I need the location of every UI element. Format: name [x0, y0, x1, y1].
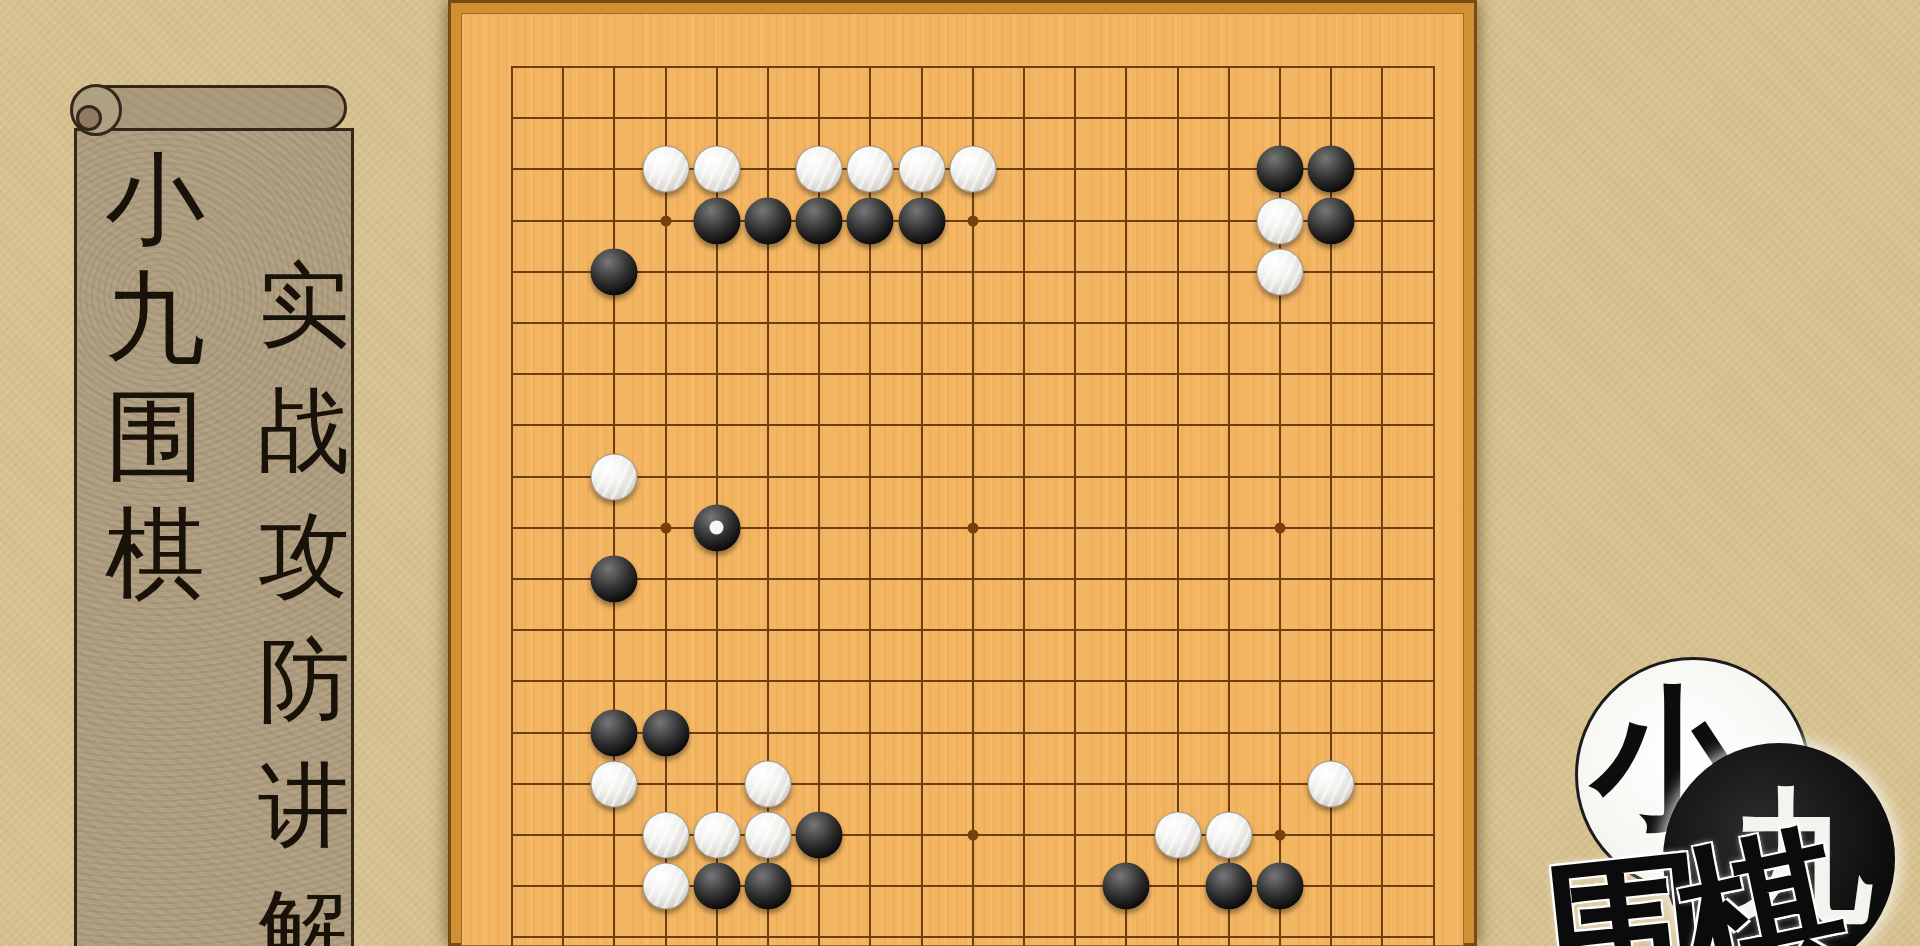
last-move-marker: [710, 521, 724, 535]
stone-black: [745, 863, 792, 910]
stone-white: [693, 812, 740, 859]
stone-white: [642, 863, 689, 910]
stone-white: [591, 760, 638, 807]
stone-white: [1257, 248, 1304, 295]
stone-white: [642, 146, 689, 193]
star-point: [967, 522, 978, 533]
title-vertical-main: 小九围棋: [104, 141, 206, 613]
stone-black: [1103, 863, 1150, 910]
board-surface: [461, 13, 1464, 946]
stone-black: [693, 863, 740, 910]
star-point: [1275, 522, 1286, 533]
stone-white: [745, 760, 792, 807]
stone-white: [1154, 812, 1201, 859]
star-point: [660, 522, 671, 533]
stone-white: [693, 146, 740, 193]
stone-black: [847, 197, 894, 244]
stone-black: [591, 556, 638, 603]
stone-black: [693, 504, 740, 551]
stone-black: [796, 812, 843, 859]
title-vertical-sub: 实战攻防讲解: [256, 243, 352, 946]
stone-white: [591, 453, 638, 500]
scroll-top-roll: [95, 85, 347, 131]
stone-white: [745, 812, 792, 859]
board-grid[interactable]: [511, 66, 1435, 946]
stone-black: [1257, 863, 1304, 910]
scroll-curl-icon: [70, 84, 122, 136]
stone-black: [591, 709, 638, 756]
stone-white: [796, 146, 843, 193]
page: 小九围棋 实战攻防讲解 小 九 围 棋: [0, 0, 1920, 946]
stone-black: [642, 709, 689, 756]
stone-white: [1205, 812, 1252, 859]
star-point: [967, 830, 978, 841]
stone-black: [1308, 146, 1355, 193]
stone-white: [949, 146, 996, 193]
stone-white: [1308, 760, 1355, 807]
stone-white: [642, 812, 689, 859]
stone-black: [693, 197, 740, 244]
stone-black: [898, 197, 945, 244]
stone-black: [1308, 197, 1355, 244]
stone-black: [796, 197, 843, 244]
stone-black: [1205, 863, 1252, 910]
stone-white: [898, 146, 945, 193]
stone-black: [1257, 146, 1304, 193]
stone-black: [745, 197, 792, 244]
go-board: [448, 0, 1477, 946]
star-point: [1275, 830, 1286, 841]
stone-black: [591, 248, 638, 295]
stone-white: [847, 146, 894, 193]
star-point: [967, 215, 978, 226]
star-point: [660, 215, 671, 226]
stone-white: [1257, 197, 1304, 244]
